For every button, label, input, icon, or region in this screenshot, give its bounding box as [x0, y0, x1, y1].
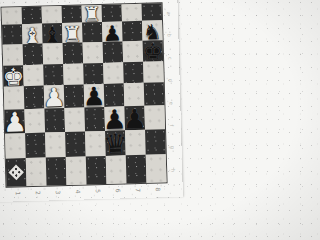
square-d1: [66, 157, 87, 185]
square-a3: ♟: [4, 109, 25, 133]
square-e6: [83, 42, 104, 63]
square-a2: [5, 133, 26, 159]
black-pawn: ♟: [103, 107, 127, 133]
square-f3: ♟: [104, 106, 125, 130]
square-f8: [102, 4, 122, 22]
square-f1: [106, 156, 127, 184]
square-d8: [62, 6, 82, 24]
vinyl-board-sheet: US CHESS ♜♝♝♜♟♞♚♚♟♟♟♟♟♛ 12345678 abcdefg…: [0, 0, 183, 200]
square-a8: [2, 7, 22, 25]
black-pawn: ♟: [123, 106, 147, 132]
square-g8: [122, 4, 142, 22]
square-d7: ♜: [62, 23, 83, 43]
square-b7: ♝: [22, 24, 43, 44]
square-b2: [25, 132, 46, 158]
square-b5: [23, 64, 44, 86]
square-b1: [26, 158, 47, 186]
square-d5: [63, 63, 84, 85]
square-f6: [103, 41, 124, 62]
file-label: a: [157, 7, 180, 20]
square-g7: [122, 21, 143, 41]
square-e3: [84, 107, 105, 131]
square-b4: [24, 86, 45, 109]
square-e8: ♜: [82, 5, 102, 23]
chess-board: ♜♝♝♜♟♞♚♚♟♟♟♟♟♛: [1, 2, 168, 187]
square-e2: [85, 130, 106, 156]
square-b6: [23, 44, 44, 65]
square-c8: [42, 6, 62, 24]
square-c1: [46, 157, 67, 185]
square-f5: [103, 62, 124, 84]
square-a6: [3, 44, 24, 65]
square-e4: ♟: [84, 84, 105, 107]
square-h1: [146, 154, 167, 182]
black-pawn: ♟: [82, 85, 105, 110]
white-pawn: ♟: [42, 86, 65, 111]
square-h6: ♚: [143, 40, 164, 61]
square-f4: [104, 84, 125, 107]
board-logo: [8, 165, 24, 181]
square-g2: [125, 129, 146, 155]
square-c2: [45, 132, 66, 158]
square-b8: [22, 7, 42, 25]
square-a7: [2, 25, 23, 45]
square-d6: [63, 43, 84, 64]
square-g1: [126, 155, 147, 183]
square-d3: [64, 107, 85, 131]
square-c4: ♟: [44, 85, 65, 108]
square-e1: [86, 156, 107, 184]
square-h7: ♞: [142, 21, 163, 41]
square-g4: [124, 83, 145, 106]
square-e5: [83, 63, 104, 85]
white-pawn: ♟: [3, 109, 27, 135]
square-h4: [144, 82, 165, 105]
square-h3: [144, 105, 165, 129]
square-c3: [44, 108, 65, 132]
square-e7: [82, 22, 103, 42]
square-d4: [64, 85, 85, 108]
square-c7: ♝: [42, 24, 63, 44]
square-g5: [123, 61, 144, 83]
square-b3: [24, 108, 45, 132]
square-a1: [6, 158, 27, 186]
square-h5: [143, 61, 164, 83]
square-g3: ♟: [124, 106, 145, 130]
square-f2: ♛: [105, 130, 126, 156]
square-c5: [43, 64, 64, 86]
square-a5: ♚: [3, 65, 24, 87]
square-d2: [65, 131, 86, 157]
square-h2: [145, 129, 166, 155]
square-g6: [123, 41, 144, 62]
square-c6: [43, 43, 64, 64]
square-a4: [4, 86, 25, 109]
square-f7: ♟: [102, 22, 123, 42]
